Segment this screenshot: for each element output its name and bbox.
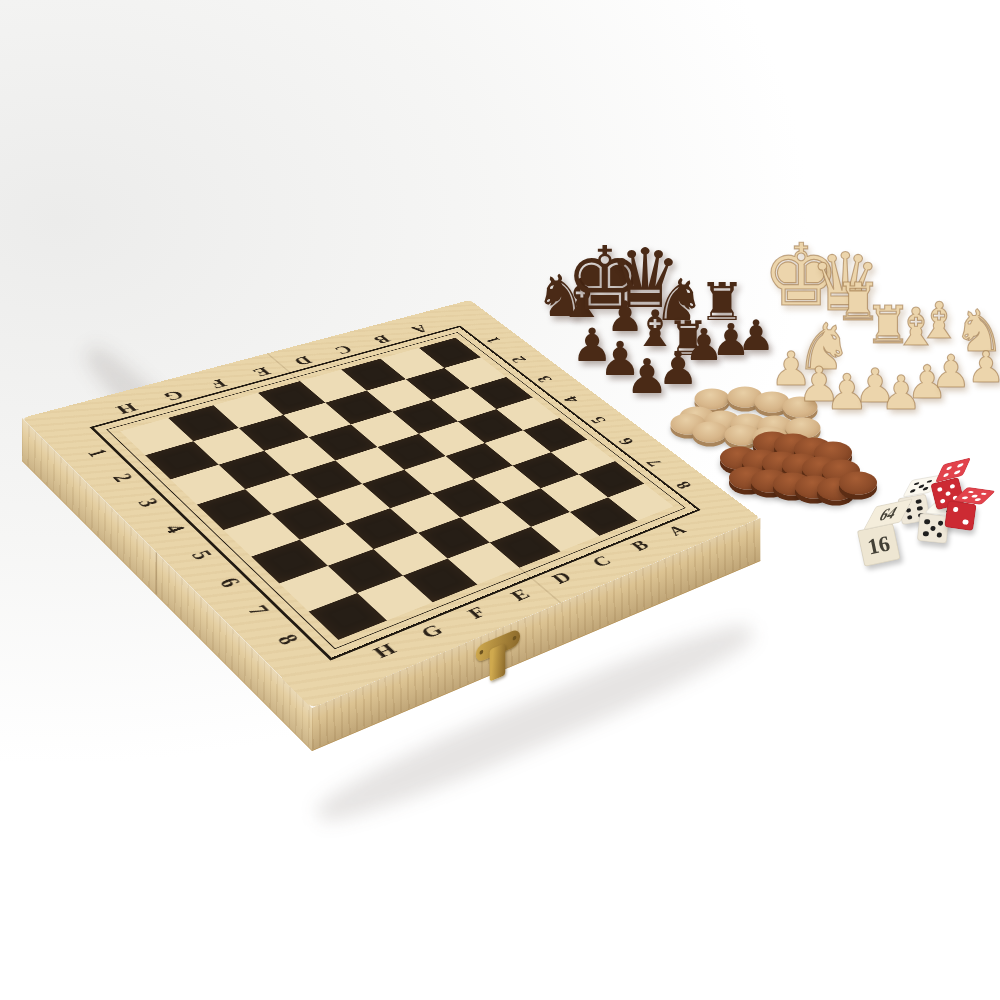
coordinate-label-bottom-G: G bbox=[406, 616, 456, 647]
die-pip bbox=[974, 498, 981, 501]
die-pip bbox=[936, 533, 942, 538]
coordinate-label-left-7: 7 bbox=[233, 595, 285, 626]
doubling-cube-top-value: 64 bbox=[876, 503, 901, 526]
die-pip bbox=[980, 492, 987, 495]
coordinate-label-right-7: 7 bbox=[634, 452, 675, 475]
coordinate-label-left-2: 2 bbox=[98, 465, 147, 491]
coordinate-label-right-5: 5 bbox=[578, 410, 619, 431]
coordinate-label-top-E: E bbox=[240, 362, 283, 383]
coordinate-label-bottom-C: C bbox=[579, 548, 624, 575]
coordinate-label-right-2: 2 bbox=[499, 350, 538, 369]
coordinate-label-top-F: F bbox=[196, 373, 240, 395]
coordinate-label-bottom-F: F bbox=[452, 598, 501, 628]
coordinate-label-top-C: C bbox=[323, 340, 364, 360]
coordinate-label-right-1: 1 bbox=[473, 331, 512, 350]
coordinate-label-bottom-E: E bbox=[496, 581, 543, 610]
die-pip bbox=[963, 519, 969, 524]
doubling-cube-front-value: 16 bbox=[865, 530, 892, 560]
coordinate-label-right-3: 3 bbox=[524, 369, 564, 389]
die-pip bbox=[946, 466, 952, 470]
fold-seam-side bbox=[155, 551, 156, 594]
coordinate-label-top-G: G bbox=[151, 385, 196, 407]
coordinate-label-top-B: B bbox=[362, 330, 403, 349]
coordinate-label-bottom-H: H bbox=[359, 635, 410, 667]
coordinate-label-left-5: 5 bbox=[177, 541, 227, 570]
die-pip bbox=[923, 531, 929, 536]
die-pip bbox=[961, 496, 968, 499]
light-checker bbox=[693, 422, 728, 443]
coordinate-label-top-A: A bbox=[400, 320, 440, 339]
die-pip bbox=[930, 526, 936, 531]
die-pip bbox=[922, 487, 929, 491]
die-pip bbox=[943, 473, 949, 477]
coordinate-label-left-1: 1 bbox=[74, 441, 122, 466]
coordinate-label-left-6: 6 bbox=[204, 568, 255, 598]
coordinate-label-bottom-D: D bbox=[538, 564, 584, 592]
die-pip bbox=[940, 498, 946, 504]
dark-checker bbox=[839, 472, 877, 495]
coordinate-label-left-3: 3 bbox=[124, 489, 173, 516]
coordinate-label-left-8: 8 bbox=[262, 624, 314, 656]
brass-clasp bbox=[476, 628, 520, 699]
clasp-tab bbox=[490, 643, 506, 682]
coordinate-label-bottom-B: B bbox=[618, 532, 662, 558]
die-pip bbox=[957, 463, 963, 467]
die-pip bbox=[954, 470, 960, 474]
coordinate-label-right-8: 8 bbox=[663, 474, 705, 497]
coordinate-label-bottom-A: A bbox=[655, 518, 698, 543]
red-die-2 bbox=[944, 484, 990, 532]
die-front-face bbox=[944, 500, 976, 531]
coordinate-label-right-6: 6 bbox=[605, 430, 646, 452]
die-pip bbox=[971, 494, 978, 497]
coordinate-label-top-H: H bbox=[104, 397, 150, 420]
coordinate-label-top-D: D bbox=[282, 351, 324, 371]
light-chess-piece-pawn: ♟ bbox=[931, 349, 971, 394]
coordinate-label-left-4: 4 bbox=[150, 515, 200, 543]
product-photo-scene: HGFEDCBAHGFEDCBA1234567812345678 ♞♝♚♛♞♜♝… bbox=[0, 0, 1000, 1000]
doubling-cube: 64 16 bbox=[853, 500, 917, 567]
coordinate-label-right-4: 4 bbox=[551, 389, 591, 410]
die-pip bbox=[967, 490, 974, 493]
die-pip bbox=[952, 507, 958, 512]
die-pip bbox=[937, 486, 943, 492]
die-pip bbox=[924, 519, 930, 524]
light-chess-piece-pawn: ♟ bbox=[967, 346, 1000, 389]
die-pip bbox=[938, 520, 944, 525]
die-pip bbox=[909, 489, 916, 493]
